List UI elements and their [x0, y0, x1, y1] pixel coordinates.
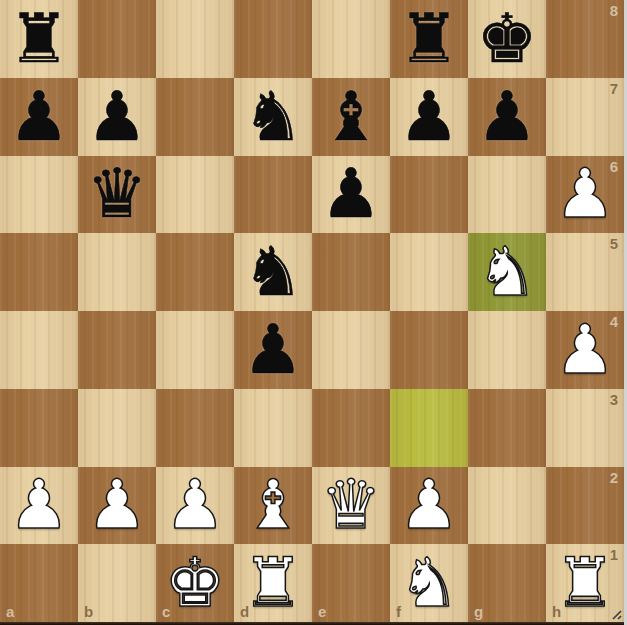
square-h4[interactable]: 4♟: [546, 311, 624, 389]
square-d4[interactable]: ♟: [234, 311, 312, 389]
black-pawn[interactable]: ♟: [321, 156, 382, 232]
square-e1[interactable]: e: [312, 544, 390, 622]
rank-label-7: 7: [610, 80, 618, 97]
square-c7[interactable]: [156, 78, 234, 156]
square-b3[interactable]: [78, 389, 156, 467]
square-d3[interactable]: [234, 389, 312, 467]
square-e6[interactable]: ♟: [312, 156, 390, 234]
square-f5[interactable]: [390, 233, 468, 311]
white-king[interactable]: ♚: [165, 545, 226, 621]
square-h6[interactable]: 6♟: [546, 156, 624, 234]
square-g8[interactable]: ♚: [468, 0, 546, 78]
rank-label-2: 2: [610, 469, 618, 486]
square-h8[interactable]: 8: [546, 0, 624, 78]
white-rook[interactable]: ♜: [243, 545, 304, 621]
black-pawn[interactable]: ♟: [87, 79, 148, 155]
black-pawn[interactable]: ♟: [477, 79, 538, 155]
black-knight[interactable]: ♞: [243, 234, 304, 310]
square-h2[interactable]: 2: [546, 467, 624, 545]
square-d8[interactable]: [234, 0, 312, 78]
square-b5[interactable]: [78, 233, 156, 311]
white-knight[interactable]: ♞: [399, 545, 460, 621]
square-g3[interactable]: [468, 389, 546, 467]
black-pawn[interactable]: ♟: [243, 312, 304, 388]
square-d5[interactable]: ♞: [234, 233, 312, 311]
rank-label-8: 8: [610, 2, 618, 19]
square-c3[interactable]: [156, 389, 234, 467]
square-g7[interactable]: ♟: [468, 78, 546, 156]
square-e4[interactable]: [312, 311, 390, 389]
square-b4[interactable]: [78, 311, 156, 389]
black-rook[interactable]: ♜: [399, 1, 460, 77]
square-b6[interactable]: ♛: [78, 156, 156, 234]
square-f1[interactable]: f♞: [390, 544, 468, 622]
square-e7[interactable]: ♝: [312, 78, 390, 156]
resize-handle-icon[interactable]: [609, 607, 622, 620]
rank-label-3: 3: [610, 391, 618, 408]
black-queen[interactable]: ♛: [87, 156, 148, 232]
square-c4[interactable]: [156, 311, 234, 389]
chess-board: ♜♜♚8♟♟♞♝♟♟7♛♟6♟♞♞5♟4♟3♟♟♟♝♛♟2abc♚d♜ef♞g1…: [0, 0, 624, 622]
black-knight[interactable]: ♞: [243, 79, 304, 155]
square-h5[interactable]: 5: [546, 233, 624, 311]
square-b7[interactable]: ♟: [78, 78, 156, 156]
square-h3[interactable]: 3: [546, 389, 624, 467]
square-c6[interactable]: [156, 156, 234, 234]
black-rook[interactable]: ♜: [9, 1, 70, 77]
square-a1[interactable]: a: [0, 544, 78, 622]
square-e8[interactable]: [312, 0, 390, 78]
square-d1[interactable]: d♜: [234, 544, 312, 622]
white-rook[interactable]: ♜: [555, 545, 616, 621]
white-pawn[interactable]: ♟: [9, 467, 70, 543]
square-e5[interactable]: [312, 233, 390, 311]
white-pawn[interactable]: ♟: [87, 467, 148, 543]
square-a4[interactable]: [0, 311, 78, 389]
square-f4[interactable]: [390, 311, 468, 389]
square-c1[interactable]: c♚: [156, 544, 234, 622]
square-h7[interactable]: 7: [546, 78, 624, 156]
white-pawn[interactable]: ♟: [555, 156, 616, 232]
white-pawn[interactable]: ♟: [399, 467, 460, 543]
white-pawn[interactable]: ♟: [555, 312, 616, 388]
square-d7[interactable]: ♞: [234, 78, 312, 156]
square-f2[interactable]: ♟: [390, 467, 468, 545]
black-bishop[interactable]: ♝: [321, 79, 382, 155]
square-e2[interactable]: ♛: [312, 467, 390, 545]
white-queen[interactable]: ♛: [321, 467, 382, 543]
file-label-e: e: [318, 603, 326, 620]
square-c5[interactable]: [156, 233, 234, 311]
square-g1[interactable]: g: [468, 544, 546, 622]
square-b2[interactable]: ♟: [78, 467, 156, 545]
square-a6[interactable]: [0, 156, 78, 234]
square-f8[interactable]: ♜: [390, 0, 468, 78]
rank-label-5: 5: [610, 235, 618, 252]
square-g5[interactable]: ♞: [468, 233, 546, 311]
square-g6[interactable]: [468, 156, 546, 234]
square-b1[interactable]: b: [78, 544, 156, 622]
square-a5[interactable]: [0, 233, 78, 311]
square-g4[interactable]: [468, 311, 546, 389]
square-a7[interactable]: ♟: [0, 78, 78, 156]
square-g2[interactable]: [468, 467, 546, 545]
square-a2[interactable]: ♟: [0, 467, 78, 545]
square-a3[interactable]: [0, 389, 78, 467]
white-bishop[interactable]: ♝: [243, 467, 304, 543]
square-f7[interactable]: ♟: [390, 78, 468, 156]
square-f3[interactable]: [390, 389, 468, 467]
file-label-b: b: [84, 603, 93, 620]
square-d2[interactable]: ♝: [234, 467, 312, 545]
white-pawn[interactable]: ♟: [165, 467, 226, 543]
black-pawn[interactable]: ♟: [9, 79, 70, 155]
white-knight[interactable]: ♞: [477, 234, 538, 310]
square-c8[interactable]: [156, 0, 234, 78]
square-e3[interactable]: [312, 389, 390, 467]
file-label-g: g: [474, 603, 483, 620]
square-c2[interactable]: ♟: [156, 467, 234, 545]
black-pawn[interactable]: ♟: [399, 79, 460, 155]
square-a8[interactable]: ♜: [0, 0, 78, 78]
square-f6[interactable]: [390, 156, 468, 234]
square-d6[interactable]: [234, 156, 312, 234]
black-king[interactable]: ♚: [477, 1, 538, 77]
square-b8[interactable]: [78, 0, 156, 78]
file-label-a: a: [6, 603, 14, 620]
